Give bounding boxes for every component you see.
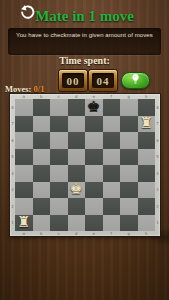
square-d4[interactable] xyxy=(68,165,86,182)
timer-seconds: 04 xyxy=(89,70,117,91)
square-e8[interactable]: ♚ xyxy=(85,99,103,116)
square-b6[interactable] xyxy=(33,132,51,149)
square-f7[interactable] xyxy=(103,116,121,133)
hint-button[interactable] xyxy=(121,72,150,89)
square-d7[interactable] xyxy=(68,116,86,133)
square-h3[interactable] xyxy=(138,182,156,199)
square-f8[interactable] xyxy=(103,99,121,116)
square-g6[interactable] xyxy=(120,132,138,149)
square-g2[interactable] xyxy=(120,198,138,215)
square-b3[interactable] xyxy=(33,182,51,199)
square-h7[interactable]: ♜ xyxy=(138,116,156,133)
chess-board: abcdefgh abcdefgh 87654321 87654321 ♚♜♚♜ xyxy=(10,94,160,236)
square-e5[interactable] xyxy=(85,149,103,166)
square-h2[interactable] xyxy=(138,198,156,215)
square-d2[interactable] xyxy=(68,198,86,215)
square-a8[interactable] xyxy=(15,99,33,116)
square-c6[interactable] xyxy=(50,132,68,149)
square-e7[interactable] xyxy=(85,116,103,133)
square-b4[interactable] xyxy=(33,165,51,182)
moves-counter: Moves: 0/1 xyxy=(5,84,44,94)
square-c8[interactable] xyxy=(50,99,68,116)
time-spent-label: Time spent: xyxy=(0,55,169,66)
timer-minutes-value: 00 xyxy=(67,75,80,87)
white-rook-h7[interactable]: ♜ xyxy=(138,116,156,133)
square-a3[interactable] xyxy=(15,182,33,199)
square-a6[interactable] xyxy=(15,132,33,149)
square-d5[interactable] xyxy=(68,149,86,166)
square-e6[interactable] xyxy=(85,132,103,149)
square-a1[interactable]: ♜ xyxy=(15,215,33,232)
instructions-text: You have to checkmate in given amount of… xyxy=(8,28,161,38)
moves-label: Moves: xyxy=(5,84,31,94)
square-h8[interactable] xyxy=(138,99,156,116)
square-f3[interactable] xyxy=(103,182,121,199)
square-e2[interactable] xyxy=(85,198,103,215)
square-e4[interactable] xyxy=(85,165,103,182)
file-labels-bottom: abcdefgh xyxy=(15,231,155,236)
square-d6[interactable] xyxy=(68,132,86,149)
square-a2[interactable] xyxy=(15,198,33,215)
page-title: Mate in 1 move xyxy=(0,8,169,25)
square-b1[interactable] xyxy=(33,215,51,232)
white-king-d3[interactable]: ♚ xyxy=(68,182,86,199)
instructions-banner: You have to checkmate in given amount of… xyxy=(8,28,161,55)
square-f6[interactable] xyxy=(103,132,121,149)
square-h1[interactable] xyxy=(138,215,156,232)
square-f4[interactable] xyxy=(103,165,121,182)
square-c7[interactable] xyxy=(50,116,68,133)
square-d1[interactable] xyxy=(68,215,86,232)
square-a4[interactable] xyxy=(15,165,33,182)
square-h6[interactable] xyxy=(138,132,156,149)
square-b7[interactable] xyxy=(33,116,51,133)
square-g7[interactable] xyxy=(120,116,138,133)
square-h5[interactable] xyxy=(138,149,156,166)
square-a7[interactable] xyxy=(15,116,33,133)
square-c4[interactable] xyxy=(50,165,68,182)
square-g1[interactable] xyxy=(120,215,138,232)
square-b5[interactable] xyxy=(33,149,51,166)
black-king-e8[interactable]: ♚ xyxy=(85,99,103,116)
square-c3[interactable] xyxy=(50,182,68,199)
timer-minutes: 00 xyxy=(59,70,87,91)
square-e1[interactable] xyxy=(85,215,103,232)
square-c2[interactable] xyxy=(50,198,68,215)
square-f2[interactable] xyxy=(103,198,121,215)
square-g5[interactable] xyxy=(120,149,138,166)
square-g4[interactable] xyxy=(120,165,138,182)
moves-value: 0/1 xyxy=(34,84,45,94)
square-g3[interactable] xyxy=(120,182,138,199)
square-e3[interactable] xyxy=(85,182,103,199)
board-grid: ♚♜♚♜ xyxy=(15,99,155,231)
puzzle-screen: Mate in 1 move You have to checkmate in … xyxy=(0,0,169,300)
square-f5[interactable] xyxy=(103,149,121,166)
square-b2[interactable] xyxy=(33,198,51,215)
square-d3[interactable]: ♚ xyxy=(68,182,86,199)
square-a5[interactable] xyxy=(15,149,33,166)
square-h4[interactable] xyxy=(138,165,156,182)
rank-labels-right: 87654321 xyxy=(155,99,160,231)
lightbulb-icon xyxy=(130,73,141,88)
white-rook-a1[interactable]: ♜ xyxy=(15,215,33,232)
square-f1[interactable] xyxy=(103,215,121,232)
square-g8[interactable] xyxy=(120,99,138,116)
square-c5[interactable] xyxy=(50,149,68,166)
square-d8[interactable] xyxy=(68,99,86,116)
square-c1[interactable] xyxy=(50,215,68,232)
timer-seconds-value: 04 xyxy=(97,75,110,87)
square-b8[interactable] xyxy=(33,99,51,116)
